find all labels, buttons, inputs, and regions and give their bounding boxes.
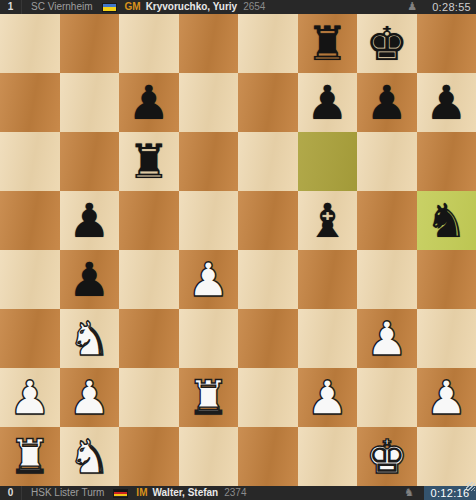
player-title-top: GM xyxy=(125,0,141,14)
square-h1[interactable] xyxy=(417,427,476,486)
black-pawn[interactable]: ♟ xyxy=(68,250,110,309)
square-a4[interactable] xyxy=(0,250,60,309)
white-knight[interactable]: ♞ xyxy=(68,427,110,486)
square-f1[interactable] xyxy=(298,427,358,486)
white-king[interactable]: ♚ xyxy=(366,427,408,486)
white-knight[interactable]: ♞ xyxy=(68,309,110,368)
black-pawn[interactable]: ♟ xyxy=(366,73,408,132)
square-b3[interactable]: ♞ xyxy=(60,309,120,368)
square-f8[interactable]: ♜ xyxy=(298,14,358,73)
player-rating-top: 2654 xyxy=(243,0,265,14)
square-a1[interactable]: ♜ xyxy=(0,427,60,486)
square-e2[interactable] xyxy=(238,368,298,427)
square-h8[interactable] xyxy=(417,14,476,73)
black-pawn[interactable]: ♟ xyxy=(128,73,170,132)
black-pawn[interactable]: ♟ xyxy=(425,73,467,132)
square-e5[interactable] xyxy=(238,191,298,250)
knight-icon: ♞ xyxy=(404,486,414,500)
square-c3[interactable] xyxy=(119,309,179,368)
square-f6[interactable] xyxy=(298,132,358,191)
white-rook[interactable]: ♜ xyxy=(9,427,51,486)
white-pawn[interactable]: ♟ xyxy=(306,368,348,427)
square-c7[interactable]: ♟ xyxy=(119,73,179,132)
ukraine-flag xyxy=(102,3,117,12)
square-b5[interactable]: ♟ xyxy=(60,191,120,250)
square-g5[interactable] xyxy=(357,191,417,250)
square-d8[interactable] xyxy=(179,14,239,73)
team-name-bottom: HSK Lister Turm xyxy=(31,486,104,500)
square-g3[interactable]: ♟ xyxy=(357,309,417,368)
square-h3[interactable] xyxy=(417,309,476,368)
square-a6[interactable] xyxy=(0,132,60,191)
square-c8[interactable] xyxy=(119,14,179,73)
square-a2[interactable]: ♟ xyxy=(0,368,60,427)
white-rook[interactable]: ♜ xyxy=(187,368,229,427)
square-h6[interactable] xyxy=(417,132,476,191)
chess-board: ♜♚♟♟♟♟♜♟♝♞♟♟♞♟♟♟♜♟♟♜♞♚ xyxy=(0,14,476,486)
square-b1[interactable]: ♞ xyxy=(60,427,120,486)
square-g4[interactable] xyxy=(357,250,417,309)
black-pawn[interactable]: ♟ xyxy=(306,73,348,132)
square-c2[interactable] xyxy=(119,368,179,427)
square-e3[interactable] xyxy=(238,309,298,368)
black-rook[interactable]: ♜ xyxy=(306,14,348,73)
white-pawn[interactable]: ♟ xyxy=(187,250,229,309)
square-g1[interactable]: ♚ xyxy=(357,427,417,486)
bottom-player-bar: 0 HSK Lister Turm IM Walter, Stefan 2374… xyxy=(0,486,476,500)
player-name-top: Kryvoruchko, Yuriy xyxy=(146,0,238,14)
square-f3[interactable] xyxy=(298,309,358,368)
square-h7[interactable]: ♟ xyxy=(417,73,476,132)
square-d1[interactable] xyxy=(179,427,239,486)
square-c4[interactable] xyxy=(119,250,179,309)
pawn-icon: ♟ xyxy=(407,0,417,14)
black-bishop[interactable]: ♝ xyxy=(306,191,348,250)
square-b7[interactable] xyxy=(60,73,120,132)
white-pawn[interactable]: ♟ xyxy=(9,368,51,427)
black-knight[interactable]: ♞ xyxy=(425,191,467,250)
white-pawn[interactable]: ♟ xyxy=(366,309,408,368)
square-e4[interactable] xyxy=(238,250,298,309)
team-name-top: SC Viernheim xyxy=(31,0,93,14)
team-score-top: 1 xyxy=(0,0,22,14)
square-e7[interactable] xyxy=(238,73,298,132)
square-d6[interactable] xyxy=(179,132,239,191)
square-g6[interactable] xyxy=(357,132,417,191)
square-g2[interactable] xyxy=(357,368,417,427)
clock-top: 0:28:55 xyxy=(427,0,476,14)
white-pawn[interactable]: ♟ xyxy=(425,368,467,427)
square-e6[interactable] xyxy=(238,132,298,191)
square-d7[interactable] xyxy=(179,73,239,132)
square-b6[interactable] xyxy=(60,132,120,191)
square-e1[interactable] xyxy=(238,427,298,486)
square-f2[interactable]: ♟ xyxy=(298,368,358,427)
square-b4[interactable]: ♟ xyxy=(60,250,120,309)
square-d2[interactable]: ♜ xyxy=(179,368,239,427)
top-player-bar: 1 SC Viernheim GM Kryvoruchko, Yuriy 265… xyxy=(0,0,476,14)
player-rating-bottom: 2374 xyxy=(224,486,246,500)
black-rook[interactable]: ♜ xyxy=(128,132,170,191)
black-king[interactable]: ♚ xyxy=(366,14,408,73)
resize-grip-icon[interactable] xyxy=(466,482,475,491)
square-b2[interactable]: ♟ xyxy=(60,368,120,427)
square-a8[interactable] xyxy=(0,14,60,73)
square-h2[interactable]: ♟ xyxy=(417,368,476,427)
square-g7[interactable]: ♟ xyxy=(357,73,417,132)
square-c1[interactable] xyxy=(119,427,179,486)
square-h4[interactable] xyxy=(417,250,476,309)
square-f5[interactable]: ♝ xyxy=(298,191,358,250)
black-pawn[interactable]: ♟ xyxy=(68,191,110,250)
square-d5[interactable] xyxy=(179,191,239,250)
white-pawn[interactable]: ♟ xyxy=(68,368,110,427)
square-g8[interactable]: ♚ xyxy=(357,14,417,73)
square-d4[interactable]: ♟ xyxy=(179,250,239,309)
square-a3[interactable] xyxy=(0,309,60,368)
square-c6[interactable]: ♜ xyxy=(119,132,179,191)
square-f4[interactable] xyxy=(298,250,358,309)
square-h5[interactable]: ♞ xyxy=(417,191,476,250)
team-score-bottom: 0 xyxy=(0,486,22,500)
square-d3[interactable] xyxy=(179,309,239,368)
square-a5[interactable] xyxy=(0,191,60,250)
square-f7[interactable]: ♟ xyxy=(298,73,358,132)
player-name-bottom: Walter, Stefan xyxy=(152,486,218,500)
square-b8[interactable] xyxy=(60,14,120,73)
square-c5[interactable] xyxy=(119,191,179,250)
player-title-bottom: IM xyxy=(136,486,147,500)
square-a7[interactable] xyxy=(0,73,60,132)
square-e8[interactable] xyxy=(238,14,298,73)
germany-flag xyxy=(113,489,128,498)
